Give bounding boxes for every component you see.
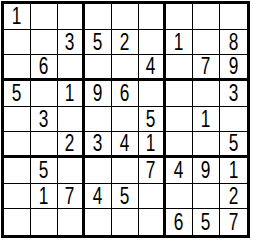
cell-r6c6[interactable]: 1 [139,132,166,158]
cell-r8c8[interactable] [193,184,220,210]
given-digit: 8 [229,30,239,55]
given-digit: 1 [201,107,211,132]
given-digit: 5 [146,107,156,132]
cell-r6c3[interactable]: 2 [58,132,85,158]
cell-r5c5[interactable] [112,107,139,133]
cell-r2c8[interactable] [193,30,220,56]
cell-r4c4[interactable]: 9 [85,81,112,107]
cell-r7c8[interactable]: 9 [193,158,220,184]
cell-r9c2[interactable] [31,209,58,235]
cell-r7c2[interactable]: 5 [31,158,58,184]
cell-r1c5[interactable] [112,4,139,30]
given-digit: 3 [39,107,49,132]
cell-r9c5[interactable] [112,209,139,235]
cell-r4c7[interactable] [166,81,193,107]
cell-r2c9[interactable]: 8 [220,30,247,56]
given-digit: 3 [93,132,103,156]
cell-r6c2[interactable] [31,132,58,158]
given-digit: 1 [229,158,239,183]
cell-r8c4[interactable]: 4 [85,184,112,210]
cell-r7c4[interactable] [85,158,112,184]
cell-r6c1[interactable] [4,132,31,158]
cell-r6c5[interactable]: 4 [112,132,139,158]
cell-r1c8[interactable] [193,4,220,30]
given-digit: 6 [39,55,49,79]
given-digit: 9 [93,81,103,106]
cell-r3c7[interactable] [166,55,193,81]
given-digit: 2 [120,30,130,55]
cell-r6c7[interactable] [166,132,193,158]
cell-r3c2[interactable]: 6 [31,55,58,81]
cell-r6c8[interactable] [193,132,220,158]
given-digit: 7 [201,55,211,79]
cell-r8c9[interactable]: 2 [220,184,247,210]
given-digit: 4 [146,55,156,79]
cell-r9c8[interactable]: 5 [193,209,220,235]
cell-r1c4[interactable] [85,4,112,30]
given-digit: 4 [174,158,184,183]
cell-r4c3[interactable]: 1 [58,81,85,107]
cell-r1c2[interactable] [31,4,58,30]
cell-r1c6[interactable] [139,4,166,30]
cell-r4c2[interactable] [31,81,58,107]
given-digit: 5 [93,30,103,55]
cell-r9c6[interactable] [139,209,166,235]
cell-r2c3[interactable]: 3 [58,30,85,56]
given-digit: 4 [120,132,130,156]
cell-r3c4[interactable] [85,55,112,81]
cell-r3c8[interactable]: 7 [193,55,220,81]
cell-r8c3[interactable]: 7 [58,184,85,210]
given-digit: 9 [229,55,239,79]
given-digit: 1 [65,81,75,106]
cell-r8c2[interactable]: 1 [31,184,58,210]
cell-r2c4[interactable]: 5 [85,30,112,56]
given-digit: 5 [12,81,22,106]
given-digit: 2 [65,132,75,156]
cell-r4c1[interactable]: 5 [4,81,31,107]
cell-r3c3[interactable] [58,55,85,81]
given-digit: 7 [146,158,156,183]
cell-r9c1[interactable] [4,209,31,235]
given-digit: 5 [120,184,130,209]
cell-r3c5[interactable] [112,55,139,81]
cell-r5c9[interactable] [220,107,247,133]
given-digit: 4 [93,184,103,209]
sudoku-grid: 135218647951963351234155749117452657 [1,1,250,238]
cell-r1c7[interactable] [166,4,193,30]
cell-r9c3[interactable] [58,209,85,235]
given-digit: 1 [12,4,22,29]
cell-r7c6[interactable]: 7 [139,158,166,184]
cell-r7c7[interactable]: 4 [166,158,193,184]
given-digit: 2 [229,184,239,209]
given-digit: 3 [229,81,239,106]
given-digit: 5 [39,158,49,183]
cell-r2c7[interactable]: 1 [166,30,193,56]
given-digit: 1 [174,30,184,55]
cell-r1c3[interactable] [58,4,85,30]
cell-r5c7[interactable] [166,107,193,133]
given-digit: 5 [201,210,211,235]
cell-r8c6[interactable] [139,184,166,210]
cell-r4c9[interactable]: 3 [220,81,247,107]
cell-r7c5[interactable] [112,158,139,184]
cell-r5c1[interactable] [4,107,31,133]
cell-r7c3[interactable] [58,158,85,184]
cell-r2c2[interactable] [31,30,58,56]
cell-r6c9[interactable]: 5 [220,132,247,158]
cell-r5c4[interactable] [85,107,112,133]
cell-r2c6[interactable] [139,30,166,56]
cell-r8c7[interactable] [166,184,193,210]
given-digit: 1 [39,184,49,209]
cell-r6c4[interactable]: 3 [85,132,112,158]
cell-r5c3[interactable] [58,107,85,133]
cell-r5c6[interactable]: 5 [139,107,166,133]
given-digit: 5 [229,132,239,156]
cell-r3c9[interactable]: 9 [220,55,247,81]
cell-r3c1[interactable] [4,55,31,81]
cell-r2c5[interactable]: 2 [112,30,139,56]
cell-r8c5[interactable]: 5 [112,184,139,210]
given-digit: 3 [65,30,75,55]
given-digit: 7 [65,184,75,209]
given-digit: 9 [201,158,211,183]
cell-r1c1[interactable]: 1 [4,4,31,30]
sudoku-puzzle: 135218647951963351234155749117452657 [0,0,253,241]
cell-r5c8[interactable]: 1 [193,107,220,133]
cell-r1c9[interactable] [220,4,247,30]
cell-r9c9[interactable]: 7 [220,209,247,235]
cell-r3c6[interactable]: 4 [139,55,166,81]
given-digit: 6 [120,81,130,106]
cell-r9c7[interactable]: 6 [166,209,193,235]
cell-r4c8[interactable] [193,81,220,107]
given-digit: 1 [146,132,156,156]
cell-r7c1[interactable] [4,158,31,184]
cell-r8c1[interactable] [4,184,31,210]
given-digit: 7 [229,210,239,235]
cell-r5c2[interactable]: 3 [31,107,58,133]
given-digit: 6 [174,210,184,235]
cell-r4c6[interactable] [139,81,166,107]
cell-r4c5[interactable]: 6 [112,81,139,107]
cell-r9c4[interactable] [85,209,112,235]
cell-r2c1[interactable] [4,30,31,56]
cell-r7c9[interactable]: 1 [220,158,247,184]
